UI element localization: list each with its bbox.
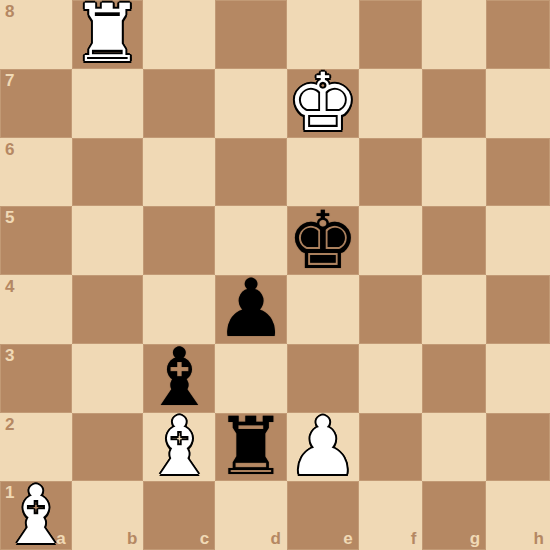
piece-white-king[interactable]: ♚ xyxy=(287,69,359,137)
square-b8[interactable]: ♜ xyxy=(72,0,144,69)
square-c2[interactable]: ♝ xyxy=(143,413,215,482)
file-label: f xyxy=(411,529,417,549)
square-a6[interactable]: 6 xyxy=(0,138,72,207)
square-g6[interactable] xyxy=(422,138,486,207)
square-c8[interactable] xyxy=(143,0,215,69)
square-d6[interactable] xyxy=(215,138,287,207)
square-e7[interactable]: ♚ xyxy=(287,69,359,138)
piece-white-bishop[interactable]: ♝ xyxy=(143,413,215,481)
file-label: g xyxy=(470,529,480,549)
square-g5[interactable] xyxy=(422,206,486,275)
file-label: e xyxy=(343,529,352,549)
square-f7[interactable] xyxy=(359,69,423,138)
square-f6[interactable] xyxy=(359,138,423,207)
square-b6[interactable] xyxy=(72,138,144,207)
square-d8[interactable] xyxy=(215,0,287,69)
square-f4[interactable] xyxy=(359,275,423,344)
square-h3[interactable] xyxy=(486,344,550,413)
file-label: b xyxy=(127,529,137,549)
rank-label: 4 xyxy=(5,277,14,297)
square-c6[interactable] xyxy=(143,138,215,207)
square-d2[interactable]: ♜ xyxy=(215,413,287,482)
square-g1[interactable]: g xyxy=(422,481,486,550)
square-f1[interactable]: f xyxy=(359,481,423,550)
square-h2[interactable] xyxy=(486,413,550,482)
file-label: c xyxy=(200,529,209,549)
rank-label: 7 xyxy=(5,71,14,91)
square-e5[interactable]: ♚ xyxy=(287,206,359,275)
square-b2[interactable] xyxy=(72,413,144,482)
square-h1[interactable]: h xyxy=(486,481,550,550)
square-g4[interactable] xyxy=(422,275,486,344)
square-h5[interactable] xyxy=(486,206,550,275)
square-d4[interactable]: ♟ xyxy=(215,275,287,344)
chess-board: 8♜7♚65♚4♟3♝2♝♜♟1a♝bcdefgh xyxy=(0,0,550,550)
square-f8[interactable] xyxy=(359,0,423,69)
square-f2[interactable] xyxy=(359,413,423,482)
square-d7[interactable] xyxy=(215,69,287,138)
rank-label: 3 xyxy=(5,346,14,366)
rank-label: 6 xyxy=(5,140,14,160)
rank-label: 2 xyxy=(5,415,14,435)
square-b3[interactable] xyxy=(72,344,144,413)
file-label: h xyxy=(534,529,544,549)
square-a1[interactable]: 1a♝ xyxy=(0,481,72,550)
square-h6[interactable] xyxy=(486,138,550,207)
square-g8[interactable] xyxy=(422,0,486,69)
square-b1[interactable]: b xyxy=(72,481,144,550)
square-h4[interactable] xyxy=(486,275,550,344)
square-b4[interactable] xyxy=(72,275,144,344)
square-a8[interactable]: 8 xyxy=(0,0,72,69)
square-f5[interactable] xyxy=(359,206,423,275)
square-b5[interactable] xyxy=(72,206,144,275)
square-h8[interactable] xyxy=(486,0,550,69)
square-a4[interactable]: 4 xyxy=(0,275,72,344)
square-f3[interactable] xyxy=(359,344,423,413)
square-a7[interactable]: 7 xyxy=(0,69,72,138)
piece-white-rook[interactable]: ♜ xyxy=(72,0,144,68)
piece-black-king[interactable]: ♚ xyxy=(287,207,359,275)
square-e2[interactable]: ♟ xyxy=(287,413,359,482)
rank-label: 8 xyxy=(5,2,14,22)
piece-black-rook[interactable]: ♜ xyxy=(215,413,287,481)
piece-black-pawn[interactable]: ♟ xyxy=(215,275,287,343)
piece-white-pawn[interactable]: ♟ xyxy=(287,413,359,481)
square-h7[interactable] xyxy=(486,69,550,138)
square-c7[interactable] xyxy=(143,69,215,138)
piece-white-bishop[interactable]: ♝ xyxy=(0,482,72,550)
file-label: d xyxy=(270,529,280,549)
square-a5[interactable]: 5 xyxy=(0,206,72,275)
square-g2[interactable] xyxy=(422,413,486,482)
square-a3[interactable]: 3 xyxy=(0,344,72,413)
rank-label: 5 xyxy=(5,208,14,228)
square-g3[interactable] xyxy=(422,344,486,413)
square-c5[interactable] xyxy=(143,206,215,275)
square-g7[interactable] xyxy=(422,69,486,138)
